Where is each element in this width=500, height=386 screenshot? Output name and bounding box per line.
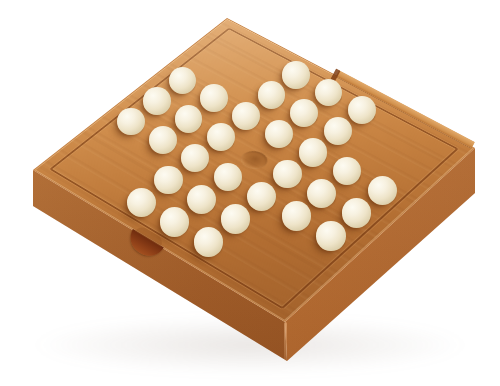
hole-dimple: [183, 191, 221, 217]
hole-dimple: [150, 172, 187, 198]
hole-dimple: [320, 123, 357, 148]
hole-dimple: [277, 208, 315, 235]
box-corner-edge: [284, 322, 287, 361]
empty-hole-dimple: [236, 147, 273, 172]
hole-dimple: [344, 103, 380, 127]
hole-dimple: [286, 105, 322, 129]
hole-dimple: [123, 194, 161, 220]
holes-grid: [48, 28, 461, 312]
hole-dimple: [254, 88, 290, 112]
hole-dimple: [243, 188, 281, 214]
hole-dimple: [295, 145, 332, 170]
hole-dimple: [165, 73, 200, 96]
hole-dimple: [217, 211, 255, 238]
hole-dimple: [139, 94, 175, 118]
hole-dimple: [338, 205, 376, 232]
hole-dimple: [144, 132, 180, 157]
hole-dimple: [261, 126, 298, 151]
hole-dimple: [363, 182, 401, 208]
hole-dimple: [190, 233, 228, 260]
hole-dimple: [312, 227, 350, 254]
hole-dimple: [228, 108, 264, 132]
hole-dimple: [156, 214, 194, 241]
hole-dimple: [203, 129, 239, 154]
hole-dimple: [303, 185, 341, 211]
hole-dimple: [177, 150, 214, 175]
hole-dimple: [171, 111, 207, 135]
solitaire-board: [33, 18, 475, 322]
product-photo-stage: [0, 0, 500, 386]
hole-dimple: [113, 114, 149, 138]
hole-dimple: [269, 166, 306, 192]
hole-dimple: [311, 85, 347, 109]
hole-dimple: [329, 163, 366, 189]
hole-dimple: [210, 169, 247, 195]
hole-dimple: [278, 68, 313, 91]
hole-dimple: [196, 91, 232, 115]
